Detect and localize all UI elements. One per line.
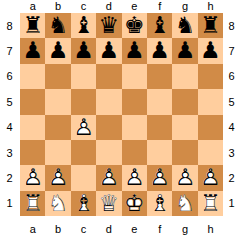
- file-label-g-bottom: g: [172, 221, 197, 238]
- piece-white-n-b1[interactable]: ♘: [48, 191, 69, 216]
- square-g2[interactable]: ♙: [172, 165, 197, 190]
- square-a4[interactable]: [20, 115, 45, 140]
- rank-labels-right: 87654321: [224, 13, 239, 216]
- square-f2[interactable]: ♙: [147, 165, 172, 190]
- piece-white-p-a2[interactable]: ♙: [22, 165, 43, 190]
- square-b4[interactable]: [45, 115, 70, 140]
- square-a8[interactable]: ♜: [20, 13, 45, 38]
- piece-black-r-a8[interactable]: ♜: [22, 13, 43, 38]
- square-b1[interactable]: ♘: [45, 191, 70, 216]
- piece-white-p-d2[interactable]: ♙: [99, 165, 120, 190]
- square-h3[interactable]: [198, 140, 223, 165]
- square-h1[interactable]: ♖: [198, 191, 223, 216]
- rank-label-6-left: 6: [0, 64, 19, 89]
- file-label-d-top: d: [96, 0, 121, 13]
- square-b6[interactable]: [45, 64, 70, 89]
- square-d6[interactable]: [96, 64, 121, 89]
- square-e6[interactable]: [122, 64, 147, 89]
- rank-label-1-left: 1: [0, 191, 19, 216]
- square-e2[interactable]: ♙: [122, 165, 147, 190]
- square-e4[interactable]: [122, 115, 147, 140]
- file-label-f-top: f: [147, 0, 172, 13]
- piece-white-r-a1[interactable]: ♖: [22, 191, 43, 216]
- piece-white-p-g2[interactable]: ♙: [175, 165, 196, 190]
- square-g5[interactable]: [172, 89, 197, 114]
- file-label-c-top: c: [71, 0, 96, 13]
- square-f7[interactable]: ♟: [147, 38, 172, 63]
- rank-label-7-left: 7: [0, 38, 19, 63]
- square-g4[interactable]: [172, 115, 197, 140]
- file-label-b-top: b: [45, 0, 70, 13]
- rank-label-1-right: 1: [224, 191, 239, 216]
- square-g8[interactable]: ♞: [172, 13, 197, 38]
- square-h8[interactable]: ♜: [198, 13, 223, 38]
- piece-white-b-c1[interactable]: ♗: [73, 191, 94, 216]
- square-f8[interactable]: ♝: [147, 13, 172, 38]
- square-g7[interactable]: ♟: [172, 38, 197, 63]
- rank-labels-left: 87654321: [0, 13, 19, 216]
- piece-black-p-b7[interactable]: ♟: [48, 38, 69, 63]
- square-a2[interactable]: ♙: [20, 165, 45, 190]
- rank-label-5-right: 5: [224, 89, 239, 114]
- piece-black-p-h7[interactable]: ♟: [200, 38, 221, 63]
- rank-label-8-right: 8: [224, 13, 239, 38]
- square-f1[interactable]: ♗: [147, 191, 172, 216]
- piece-black-p-g7[interactable]: ♟: [175, 38, 196, 63]
- piece-black-p-c7[interactable]: ♟: [73, 38, 94, 63]
- square-g3[interactable]: [172, 140, 197, 165]
- square-e7[interactable]: ♟: [122, 38, 147, 63]
- square-b8[interactable]: ♞: [45, 13, 70, 38]
- square-e1[interactable]: ♔: [122, 191, 147, 216]
- piece-white-n-g1[interactable]: ♘: [175, 191, 196, 216]
- piece-black-p-a7[interactable]: ♟: [22, 38, 43, 63]
- square-h2[interactable]: ♙: [198, 165, 223, 190]
- file-label-e-top: e: [122, 0, 147, 13]
- square-b7[interactable]: ♟: [45, 38, 70, 63]
- file-label-h-bottom: h: [198, 221, 223, 238]
- square-c8[interactable]: ♝: [71, 13, 96, 38]
- square-d1[interactable]: ♕: [96, 191, 121, 216]
- square-a1[interactable]: ♖: [20, 191, 45, 216]
- square-d4[interactable]: [96, 115, 121, 140]
- square-b3[interactable]: [45, 140, 70, 165]
- file-label-f-bottom: f: [147, 221, 172, 238]
- square-c6[interactable]: [71, 64, 96, 89]
- file-label-h-top: h: [198, 0, 223, 13]
- file-labels-top: abcdefgh: [20, 0, 223, 13]
- square-e8[interactable]: ♚: [122, 13, 147, 38]
- square-h4[interactable]: [198, 115, 223, 140]
- piece-black-q-d8[interactable]: ♛: [99, 13, 120, 38]
- file-labels-bottom: abcdefgh: [20, 221, 223, 238]
- chess-board: ♜♞♝♛♚♝♞♜♟♟♟♟♟♟♟♟♙♙♙♙♙♙♙♙♖♘♗♕♔♗♘♖: [20, 13, 223, 216]
- rank-label-4-left: 4: [0, 115, 19, 140]
- square-a5[interactable]: [20, 89, 45, 114]
- square-c1[interactable]: ♗: [71, 191, 96, 216]
- file-label-d-bottom: d: [96, 221, 121, 238]
- file-label-e-bottom: e: [122, 221, 147, 238]
- piece-black-k-e8[interactable]: ♚: [124, 13, 145, 38]
- square-h5[interactable]: [198, 89, 223, 114]
- square-d3[interactable]: [96, 140, 121, 165]
- piece-black-b-c8[interactable]: ♝: [73, 13, 94, 38]
- file-label-a-top: a: [20, 0, 45, 13]
- rank-label-3-left: 3: [0, 140, 19, 165]
- square-d8[interactable]: ♛: [96, 13, 121, 38]
- file-label-b-bottom: b: [45, 221, 70, 238]
- square-e5[interactable]: [122, 89, 147, 114]
- rank-label-2-right: 2: [224, 165, 239, 190]
- square-f3[interactable]: [147, 140, 172, 165]
- rank-label-5-left: 5: [0, 89, 19, 114]
- square-g6[interactable]: [172, 64, 197, 89]
- piece-white-p-e2[interactable]: ♙: [124, 165, 145, 190]
- piece-white-r-h1[interactable]: ♖: [200, 191, 221, 216]
- square-b5[interactable]: [45, 89, 70, 114]
- piece-white-k-e1[interactable]: ♔: [124, 191, 145, 216]
- square-f4[interactable]: [147, 115, 172, 140]
- square-f5[interactable]: [147, 89, 172, 114]
- square-b2[interactable]: ♙: [45, 165, 70, 190]
- rank-label-2-left: 2: [0, 165, 19, 190]
- piece-white-b-f1[interactable]: ♗: [149, 191, 170, 216]
- square-h7[interactable]: ♟: [198, 38, 223, 63]
- piece-black-n-g8[interactable]: ♞: [175, 13, 196, 38]
- square-a6[interactable]: [20, 64, 45, 89]
- piece-black-n-b8[interactable]: ♞: [48, 13, 69, 38]
- square-h6[interactable]: [198, 64, 223, 89]
- piece-white-p-b2[interactable]: ♙: [48, 165, 69, 190]
- square-d5[interactable]: [96, 89, 121, 114]
- piece-black-p-f7[interactable]: ♟: [149, 38, 170, 63]
- piece-white-p-c4[interactable]: ♙: [73, 115, 94, 140]
- square-c2[interactable]: [71, 165, 96, 190]
- piece-white-p-f2[interactable]: ♙: [149, 165, 170, 190]
- piece-black-b-f8[interactable]: ♝: [149, 13, 170, 38]
- piece-black-p-d7[interactable]: ♟: [99, 38, 120, 63]
- chess-diagram: abcdefgh abcdefgh 87654321 87654321 ♜♞♝♛…: [0, 0, 241, 241]
- file-label-a-bottom: a: [20, 221, 45, 238]
- square-e3[interactable]: [122, 140, 147, 165]
- square-d2[interactable]: ♙: [96, 165, 121, 190]
- rank-label-6-right: 6: [224, 64, 239, 89]
- square-a7[interactable]: ♟: [20, 38, 45, 63]
- piece-black-r-h8[interactable]: ♜: [200, 13, 221, 38]
- file-label-g-top: g: [172, 0, 197, 13]
- rank-label-7-right: 7: [224, 38, 239, 63]
- square-c4[interactable]: ♙: [71, 115, 96, 140]
- piece-white-p-h2[interactable]: ♙: [200, 165, 221, 190]
- square-c3[interactable]: [71, 140, 96, 165]
- square-f6[interactable]: [147, 64, 172, 89]
- rank-label-3-right: 3: [224, 140, 239, 165]
- piece-black-p-e7[interactable]: ♟: [124, 38, 145, 63]
- rank-label-8-left: 8: [0, 13, 19, 38]
- square-a3[interactable]: [20, 140, 45, 165]
- square-c7[interactable]: ♟: [71, 38, 96, 63]
- file-label-c-bottom: c: [71, 221, 96, 238]
- square-d7[interactable]: ♟: [96, 38, 121, 63]
- piece-white-q-d1[interactable]: ♕: [99, 191, 120, 216]
- rank-label-4-right: 4: [224, 115, 239, 140]
- square-g1[interactable]: ♘: [172, 191, 197, 216]
- square-c5[interactable]: [71, 89, 96, 114]
